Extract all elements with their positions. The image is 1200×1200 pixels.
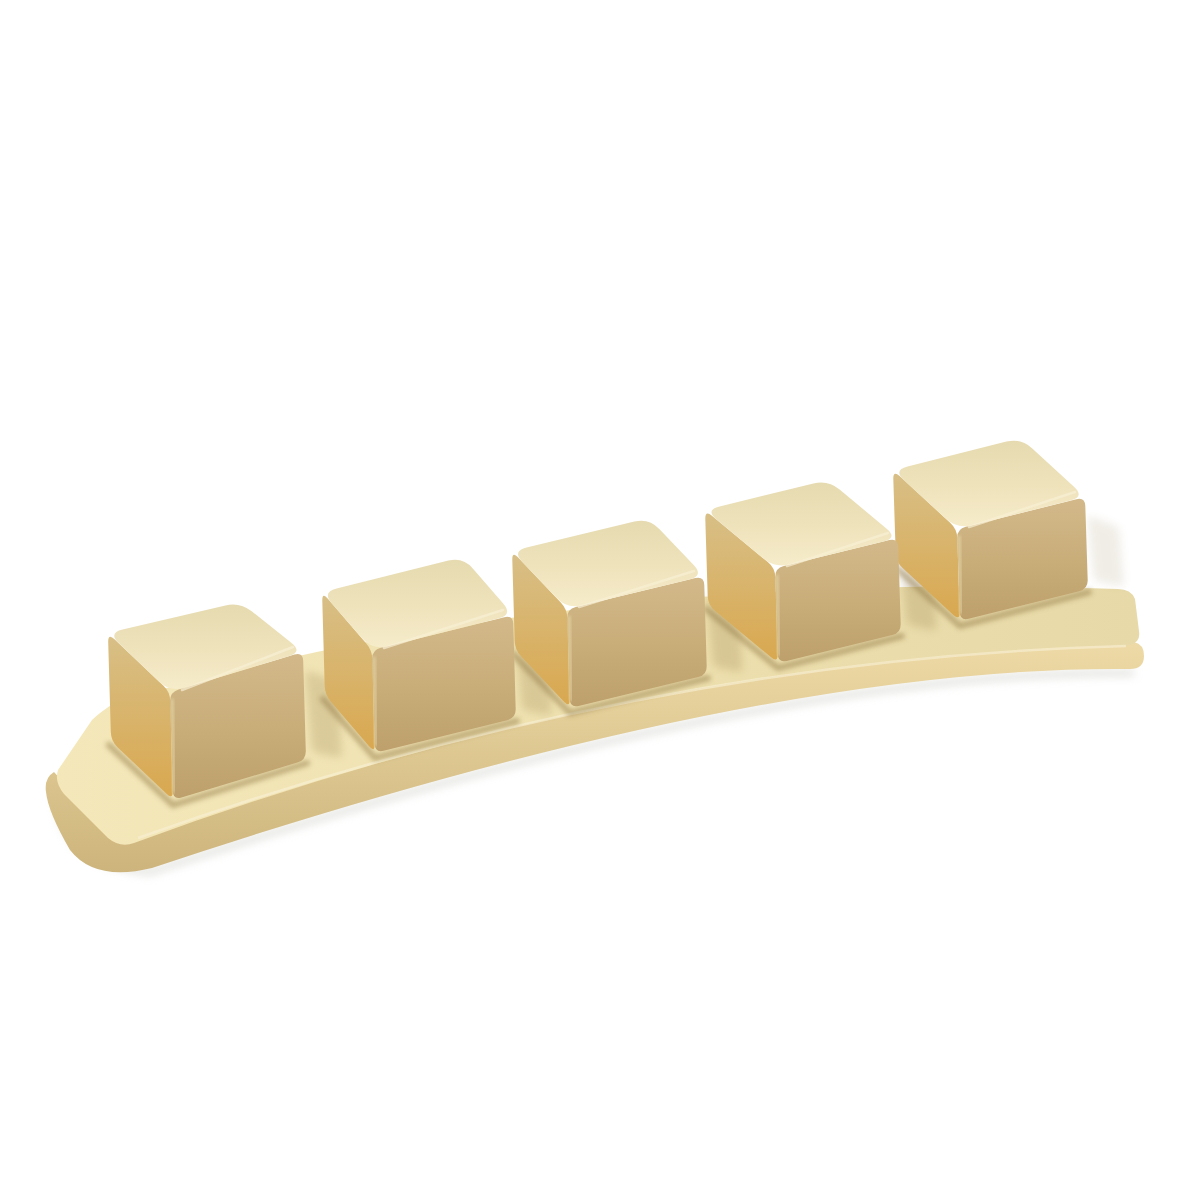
product-photo-svg xyxy=(0,0,1200,1200)
block-1-edge-highlight xyxy=(172,700,174,792)
block-3-edge-highlight xyxy=(569,617,571,700)
block-4-edge-highlight xyxy=(777,576,779,655)
block-stand xyxy=(46,441,1144,873)
block-2-edge-highlight xyxy=(374,658,376,745)
block-5-cast-shadow xyxy=(1088,517,1124,586)
photo-canvas xyxy=(0,0,1200,1200)
block-5-edge-highlight xyxy=(959,537,961,613)
